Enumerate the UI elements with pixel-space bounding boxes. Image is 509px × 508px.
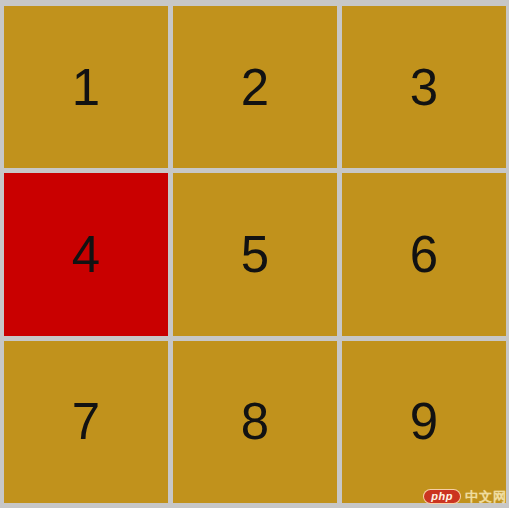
grid-cell-7[interactable]: 7 xyxy=(4,341,168,503)
number-grid-board: 1 2 3 4 5 6 7 8 9 php 中文网 xyxy=(0,0,509,508)
grid-cell-9[interactable]: 9 xyxy=(342,341,506,503)
grid-cell-5[interactable]: 5 xyxy=(173,173,337,335)
grid-cell-4-highlighted[interactable]: 4 xyxy=(4,173,168,335)
grid-cell-2[interactable]: 2 xyxy=(173,6,337,168)
grid-cell-8[interactable]: 8 xyxy=(173,341,337,503)
grid-cell-3[interactable]: 3 xyxy=(342,6,506,168)
grid-cell-1[interactable]: 1 xyxy=(4,6,168,168)
grid-cell-6[interactable]: 6 xyxy=(342,173,506,335)
